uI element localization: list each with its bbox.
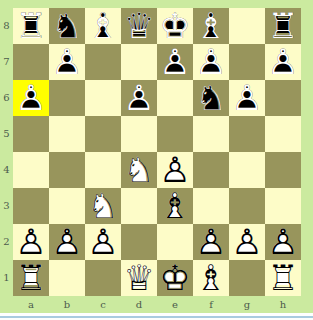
square-h8[interactable]: ♜♖ [265,8,301,44]
square-b4[interactable] [49,152,85,188]
chess-diagram: 87654321 ♜♖♞♘♝♗♛♕♚♔♝♗♜♖♟♙♟♙♟♙♟♙♟♙♟♙♞♘♟♙♞… [0,0,313,320]
rank-label-7: 7 [0,44,13,80]
square-c4[interactable] [85,152,121,188]
square-e4[interactable]: ♟♙ [157,152,193,188]
piece-black-pawn: ♟♙ [13,80,49,116]
square-a7[interactable] [13,44,49,80]
piece-white-pawn: ♟♙ [265,224,301,260]
square-c5[interactable] [85,116,121,152]
piece-black-knight: ♞♘ [49,8,85,44]
rank-label-3: 3 [0,188,13,224]
piece-black-pawn: ♟♙ [157,44,193,80]
piece-black-knight: ♞♘ [193,80,229,116]
piece-outline: ♖ [265,260,301,296]
piece-black-rook: ♜♖ [13,8,49,44]
square-g7[interactable] [229,44,265,80]
square-a1[interactable]: ♜♖ [13,260,49,296]
square-f1[interactable]: ♝♗ [193,260,229,296]
file-label-e: e [157,298,193,312]
file-label-f: f [193,298,229,312]
square-g2[interactable]: ♟♙ [229,224,265,260]
square-b3[interactable] [49,188,85,224]
piece-white-bishop: ♝♗ [157,188,193,224]
chess-board: ♜♖♞♘♝♗♛♕♚♔♝♗♜♖♟♙♟♙♟♙♟♙♟♙♟♙♞♘♟♙♞♘♟♙♞♘♝♗♟♙… [13,8,301,296]
piece-white-rook: ♜♖ [13,260,49,296]
square-e6[interactable] [157,80,193,116]
piece-outline: ♘ [193,80,229,116]
piece-white-pawn: ♟♙ [85,224,121,260]
square-b7[interactable]: ♟♙ [49,44,85,80]
square-b6[interactable] [49,80,85,116]
square-g3[interactable] [229,188,265,224]
piece-black-queen: ♛♕ [121,8,157,44]
piece-outline: ♘ [85,188,121,224]
square-f4[interactable] [193,152,229,188]
piece-outline: ♙ [265,44,301,80]
piece-outline: ♗ [85,8,121,44]
piece-white-pawn: ♟♙ [193,224,229,260]
square-f6[interactable]: ♞♘ [193,80,229,116]
file-label-a: a [13,298,49,312]
square-h2[interactable]: ♟♙ [265,224,301,260]
piece-outline: ♙ [193,224,229,260]
square-c7[interactable] [85,44,121,80]
square-b5[interactable] [49,116,85,152]
piece-outline: ♗ [193,260,229,296]
square-b8[interactable]: ♞♘ [49,8,85,44]
square-f7[interactable]: ♟♙ [193,44,229,80]
square-e5[interactable] [157,116,193,152]
square-b2[interactable]: ♟♙ [49,224,85,260]
piece-outline: ♔ [157,8,193,44]
square-a3[interactable] [13,188,49,224]
rank-label-2: 2 [0,224,13,260]
square-a5[interactable] [13,116,49,152]
piece-outline: ♙ [229,224,265,260]
piece-black-pawn: ♟♙ [121,80,157,116]
square-b1[interactable] [49,260,85,296]
piece-outline: ♙ [193,44,229,80]
piece-white-knight: ♞♘ [121,152,157,188]
piece-white-bishop: ♝♗ [193,260,229,296]
piece-outline: ♖ [265,8,301,44]
piece-outline: ♘ [49,8,85,44]
square-a8[interactable]: ♜♖ [13,8,49,44]
square-g1[interactable] [229,260,265,296]
square-d6[interactable]: ♟♙ [121,80,157,116]
square-d1[interactable]: ♛♕ [121,260,157,296]
square-e3[interactable]: ♝♗ [157,188,193,224]
square-d3[interactable] [121,188,157,224]
square-h1[interactable]: ♜♖ [265,260,301,296]
piece-black-bishop: ♝♗ [193,8,229,44]
square-c8[interactable]: ♝♗ [85,8,121,44]
square-f5[interactable] [193,116,229,152]
piece-outline: ♕ [121,260,157,296]
piece-outline: ♙ [13,80,49,116]
piece-black-rook: ♜♖ [265,8,301,44]
file-label-c: c [85,298,121,312]
piece-white-pawn: ♟♙ [157,152,193,188]
square-d7[interactable] [121,44,157,80]
piece-white-pawn: ♟♙ [13,224,49,260]
square-g6[interactable]: ♟♙ [229,80,265,116]
piece-outline: ♖ [13,8,49,44]
rank-label-6: 6 [0,80,13,116]
square-h4[interactable] [265,152,301,188]
piece-outline: ♙ [13,224,49,260]
piece-outline: ♘ [121,152,157,188]
piece-white-pawn: ♟♙ [229,224,265,260]
piece-black-pawn: ♟♙ [193,44,229,80]
file-label-g: g [229,298,265,312]
piece-outline: ♕ [121,8,157,44]
square-d8[interactable]: ♛♕ [121,8,157,44]
piece-outline: ♗ [157,188,193,224]
piece-outline: ♔ [157,260,193,296]
square-d4[interactable]: ♞♘ [121,152,157,188]
piece-white-knight: ♞♘ [85,188,121,224]
piece-outline: ♙ [49,44,85,80]
file-label-h: h [265,298,301,312]
square-f3[interactable] [193,188,229,224]
file-label-b: b [49,298,85,312]
square-c6[interactable] [85,80,121,116]
piece-white-queen: ♛♕ [121,260,157,296]
square-d5[interactable] [121,116,157,152]
file-label-d: d [121,298,157,312]
square-e1[interactable]: ♚♔ [157,260,193,296]
piece-outline: ♙ [49,224,85,260]
square-c1[interactable] [85,260,121,296]
piece-black-bishop: ♝♗ [85,8,121,44]
piece-outline: ♙ [265,224,301,260]
square-e2[interactable] [157,224,193,260]
square-c3[interactable]: ♞♘ [85,188,121,224]
square-a4[interactable] [13,152,49,188]
piece-outline: ♙ [229,80,265,116]
piece-black-pawn: ♟♙ [229,80,265,116]
square-a6[interactable]: ♟♙ [13,80,49,116]
square-e7[interactable]: ♟♙ [157,44,193,80]
piece-outline: ♙ [85,224,121,260]
square-g5[interactable] [229,116,265,152]
piece-outline: ♗ [193,8,229,44]
piece-white-pawn: ♟♙ [49,224,85,260]
piece-black-pawn: ♟♙ [265,44,301,80]
piece-outline: ♖ [13,260,49,296]
rank-label-4: 4 [0,152,13,188]
square-c2[interactable]: ♟♙ [85,224,121,260]
square-f8[interactable]: ♝♗ [193,8,229,44]
piece-outline: ♙ [157,152,193,188]
square-a2[interactable]: ♟♙ [13,224,49,260]
square-h6[interactable] [265,80,301,116]
piece-black-king: ♚♔ [157,8,193,44]
piece-white-king: ♚♔ [157,260,193,296]
square-h7[interactable]: ♟♙ [265,44,301,80]
square-g8[interactable] [229,8,265,44]
rank-label-1: 1 [0,260,13,296]
square-d2[interactable] [121,224,157,260]
piece-outline: ♙ [121,80,157,116]
piece-black-pawn: ♟♙ [49,44,85,80]
piece-outline: ♙ [157,44,193,80]
square-e8[interactable]: ♚♔ [157,8,193,44]
square-f2[interactable]: ♟♙ [193,224,229,260]
rank-label-5: 5 [0,116,13,152]
square-h3[interactable] [265,188,301,224]
rank-label-8: 8 [0,8,13,44]
square-g4[interactable] [229,152,265,188]
square-h5[interactable] [265,116,301,152]
piece-white-rook: ♜♖ [265,260,301,296]
